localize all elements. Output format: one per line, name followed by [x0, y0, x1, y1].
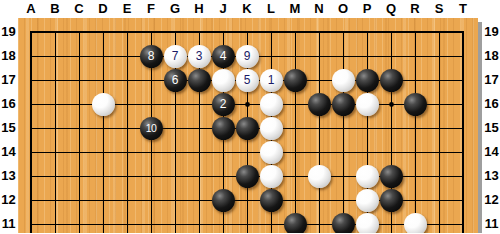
stone-black-F15[interactable]: 10: [140, 117, 163, 140]
col-label-D: D: [91, 1, 115, 16]
row-label-left-17: 17: [0, 68, 17, 92]
row-label-right-11: 11: [483, 212, 500, 233]
row-label-left-12: 12: [0, 188, 17, 212]
stone-black-Q12[interactable]: [380, 189, 403, 212]
stone-white-K18[interactable]: 9: [236, 45, 259, 68]
row-label-left-15: 15: [0, 116, 17, 140]
stone-black-Q17[interactable]: [380, 69, 403, 92]
row-label-left-18: 18: [0, 44, 17, 68]
row-label-left-16: 16: [0, 92, 17, 116]
stone-black-M11[interactable]: [284, 213, 307, 234]
goban[interactable]: 87349651210: [18, 18, 478, 233]
stone-white-L14[interactable]: [260, 141, 283, 164]
row-label-right-13: 13: [483, 164, 500, 188]
stone-black-F18[interactable]: 8: [140, 45, 163, 68]
stone-black-N16[interactable]: [308, 93, 331, 116]
stone-white-R11[interactable]: [404, 213, 427, 234]
row-label-right-14: 14: [483, 140, 500, 164]
col-label-K: K: [235, 1, 259, 16]
col-label-O: O: [331, 1, 355, 16]
stone-black-J12[interactable]: [212, 189, 235, 212]
row-label-right-12: 12: [483, 188, 500, 212]
stone-black-K15[interactable]: [236, 117, 259, 140]
stone-black-J18[interactable]: 4: [212, 45, 235, 68]
stone-grid[interactable]: 87349651210: [19, 20, 475, 233]
col-label-B: B: [43, 1, 67, 16]
col-label-N: N: [307, 1, 331, 16]
stone-white-H18[interactable]: 3: [188, 45, 211, 68]
move-number: 8: [148, 50, 155, 62]
move-number: 9: [244, 50, 251, 62]
stone-black-J16[interactable]: 2: [212, 93, 235, 116]
row-label-right-16: 16: [483, 92, 500, 116]
stone-white-K17[interactable]: 5: [236, 69, 259, 92]
move-number: 1: [268, 74, 275, 86]
col-label-F: F: [139, 1, 163, 16]
col-label-C: C: [67, 1, 91, 16]
stone-white-P16[interactable]: [356, 93, 379, 116]
stone-white-P12[interactable]: [356, 189, 379, 212]
col-label-J: J: [211, 1, 235, 16]
stone-white-L17[interactable]: 1: [260, 69, 283, 92]
col-label-G: G: [163, 1, 187, 16]
col-label-E: E: [115, 1, 139, 16]
stone-white-L13[interactable]: [260, 165, 283, 188]
move-number: 3: [196, 50, 203, 62]
col-label-S: S: [427, 1, 451, 16]
row-label-right-17: 17: [483, 68, 500, 92]
stone-white-P13[interactable]: [356, 165, 379, 188]
column-labels: ABCDEFGHJKLMNOPQRST: [0, 0, 500, 18]
col-label-L: L: [259, 1, 283, 16]
row-label-right-18: 18: [483, 44, 500, 68]
row-label-left-13: 13: [0, 164, 17, 188]
go-board-diagram: 87349651210 ABCDEFGHJKLMNOPQRST 19181716…: [0, 0, 500, 233]
col-label-P: P: [355, 1, 379, 16]
col-label-Q: Q: [379, 1, 403, 16]
row-label-right-19: 19: [483, 20, 500, 44]
row-label-left-14: 14: [0, 140, 17, 164]
col-label-H: H: [187, 1, 211, 16]
move-number: 6: [172, 74, 179, 86]
stone-white-J17[interactable]: [212, 69, 235, 92]
stone-black-L12[interactable]: [260, 189, 283, 212]
move-number: 4: [220, 50, 227, 62]
stone-black-H17[interactable]: [188, 69, 211, 92]
col-label-M: M: [283, 1, 307, 16]
stone-white-D16[interactable]: [92, 93, 115, 116]
stone-black-M17[interactable]: [284, 69, 307, 92]
stone-black-K13[interactable]: [236, 165, 259, 188]
stone-white-G18[interactable]: 7: [164, 45, 187, 68]
stone-white-P11[interactable]: [356, 213, 379, 234]
stone-black-R16[interactable]: [404, 93, 427, 116]
move-number: 2: [220, 98, 227, 110]
stone-white-L15[interactable]: [260, 117, 283, 140]
stone-white-L16[interactable]: [260, 93, 283, 116]
stone-white-N13[interactable]: [308, 165, 331, 188]
stone-black-P17[interactable]: [356, 69, 379, 92]
col-label-A: A: [19, 1, 43, 16]
move-number: 10: [146, 123, 157, 134]
stone-black-O11[interactable]: [332, 213, 355, 234]
stone-black-Q13[interactable]: [380, 165, 403, 188]
stone-black-G17[interactable]: 6: [164, 69, 187, 92]
col-label-T: T: [451, 1, 475, 16]
move-number: 5: [244, 74, 251, 86]
move-number: 7: [172, 50, 179, 62]
stone-black-J15[interactable]: [212, 117, 235, 140]
row-label-left-11: 11: [0, 212, 17, 233]
col-label-R: R: [403, 1, 427, 16]
board-shadow: [478, 22, 482, 233]
stone-black-O16[interactable]: [332, 93, 355, 116]
row-label-left-19: 19: [0, 20, 17, 44]
stone-white-O17[interactable]: [332, 69, 355, 92]
row-label-right-15: 15: [483, 116, 500, 140]
